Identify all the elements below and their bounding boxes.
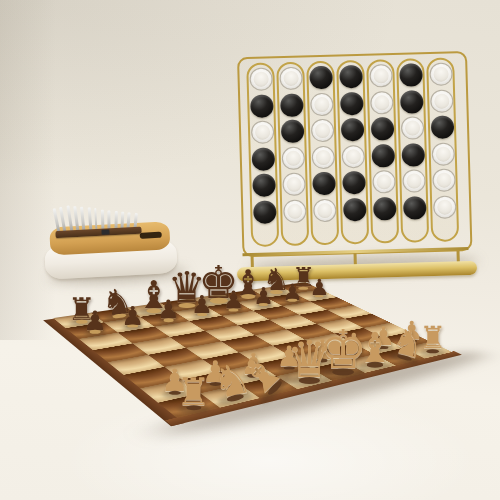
piece-base-band bbox=[259, 303, 268, 306]
connect-four-disc-white[interactable] bbox=[311, 145, 335, 169]
piece-base-band bbox=[229, 308, 239, 311]
scene: ♜♞♝♛♚♝♞♜♟♟♟♟♟♟♟♟♟♟♟♟♟♟♟♟♜♞♝♛♚♝♞♜ bbox=[0, 0, 500, 500]
connect-four-disc-black[interactable] bbox=[342, 171, 366, 195]
connect-four-disc-black[interactable] bbox=[399, 63, 423, 87]
piece-base-band bbox=[332, 369, 354, 376]
piece-base-band bbox=[90, 330, 101, 333]
kalimba-tine bbox=[59, 207, 66, 233]
connect-four-disc-white[interactable] bbox=[372, 170, 396, 194]
kalimba-tine bbox=[101, 209, 104, 231]
connect-four-disc-black[interactable] bbox=[339, 65, 363, 89]
piece-base-band bbox=[163, 319, 173, 322]
connect-four-column-2[interactable] bbox=[276, 62, 309, 247]
connect-four-disc-white[interactable] bbox=[370, 91, 394, 115]
connect-four-disc-white[interactable] bbox=[431, 142, 455, 166]
chess-piece-black-pawn[interactable]: ♟ bbox=[83, 308, 107, 335]
connect-four-disc-black[interactable] bbox=[251, 147, 275, 171]
connect-four-disc-black[interactable] bbox=[430, 116, 454, 140]
connect-four-grid bbox=[240, 57, 465, 249]
connect-four-disc-black[interactable] bbox=[342, 198, 366, 222]
connect-four-disc-white[interactable] bbox=[313, 199, 337, 223]
piece-base-band bbox=[127, 324, 137, 327]
connect-four-disc-white[interactable] bbox=[310, 119, 334, 143]
chess-piece-black-pawn[interactable]: ♟ bbox=[253, 284, 274, 307]
connect-four-disc-white[interactable] bbox=[283, 199, 307, 223]
connect-four-disc-black[interactable] bbox=[312, 172, 336, 196]
chess-piece-black-pawn[interactable]: ♟ bbox=[223, 288, 245, 312]
connect-four-column-3[interactable] bbox=[306, 61, 339, 246]
chess-piece-black-pawn[interactable]: ♟ bbox=[157, 298, 180, 323]
connect-four-disc-black[interactable] bbox=[370, 117, 394, 141]
piece-base-band bbox=[226, 393, 244, 402]
connect-four-disc-black[interactable] bbox=[250, 94, 274, 118]
kalimba-clamp bbox=[101, 229, 109, 234]
connect-four-disc-black[interactable] bbox=[253, 200, 277, 224]
kalimba-tine bbox=[66, 205, 73, 232]
chess-piece-white-queen[interactable]: ♛ bbox=[286, 333, 332, 384]
connect-four-disc-white[interactable] bbox=[432, 169, 456, 193]
connect-four-disc-white[interactable] bbox=[282, 173, 306, 197]
connect-four-disc-white[interactable] bbox=[250, 121, 274, 145]
chess-piece-black-pawn[interactable]: ♟ bbox=[121, 302, 144, 328]
connect-four-disc-white[interactable] bbox=[369, 64, 393, 88]
chess-piece-black-pawn[interactable]: ♟ bbox=[310, 276, 330, 298]
connect-four-column-6[interactable] bbox=[396, 58, 429, 243]
chess-piece-black-pawn[interactable]: ♟ bbox=[282, 280, 302, 303]
connect-four-disc-white[interactable] bbox=[400, 116, 424, 140]
connect-four-disc-white[interactable] bbox=[310, 92, 334, 116]
kalimba-sound-hole bbox=[140, 232, 162, 239]
connect-four-disc-black[interactable] bbox=[309, 66, 333, 90]
connect-four-column-7[interactable] bbox=[426, 57, 459, 242]
connect-four-disc-white[interactable] bbox=[432, 195, 456, 219]
connect-four-disc-black[interactable] bbox=[371, 144, 395, 168]
piece-base-band bbox=[397, 354, 412, 362]
kalimba-tine bbox=[87, 208, 91, 232]
connect-four-disc-black[interactable] bbox=[340, 91, 364, 115]
kalimba-tine bbox=[94, 208, 98, 231]
connect-four-disc-black[interactable] bbox=[400, 90, 424, 114]
chess-piece-white-rook[interactable]: ♜ bbox=[177, 373, 211, 411]
connect-four-disc-white[interactable] bbox=[429, 89, 453, 113]
connect-four-disc-black[interactable] bbox=[252, 174, 276, 198]
connect-four-column-5[interactable] bbox=[366, 59, 399, 244]
kalimba-tine bbox=[73, 206, 79, 232]
piece-base-band bbox=[315, 295, 324, 298]
kalimba-tine bbox=[80, 207, 85, 232]
piece-base-band bbox=[299, 377, 319, 384]
connect-four-disc-black[interactable] bbox=[402, 196, 426, 220]
piece-base-band bbox=[186, 405, 201, 410]
connect-four-disc-black[interactable] bbox=[372, 197, 396, 221]
connect-four-disc-white[interactable] bbox=[281, 146, 305, 170]
chess-piece-black-pawn[interactable]: ♟ bbox=[191, 293, 213, 318]
piece-base-band bbox=[427, 349, 439, 353]
connect-four-disc-black[interactable] bbox=[280, 120, 304, 144]
connect-four-column-4[interactable] bbox=[336, 60, 369, 245]
piece-base-band bbox=[367, 362, 384, 367]
connect-four-column-1[interactable] bbox=[246, 62, 279, 247]
connect-four-disc-black[interactable] bbox=[340, 118, 364, 142]
piece-base-band bbox=[197, 313, 207, 316]
connect-four-disc-black[interactable] bbox=[401, 143, 425, 167]
piece-base-band bbox=[288, 299, 297, 302]
connect-four-disc-white[interactable] bbox=[402, 170, 426, 194]
connect-four-disc-white[interactable] bbox=[249, 67, 273, 91]
connect-four-disc-white[interactable] bbox=[341, 145, 365, 169]
connect-four-disc-black[interactable] bbox=[280, 93, 304, 117]
connect-four-game bbox=[237, 51, 479, 274]
connect-four-disc-white[interactable] bbox=[429, 62, 453, 86]
connect-four-disc-white[interactable] bbox=[279, 67, 303, 91]
